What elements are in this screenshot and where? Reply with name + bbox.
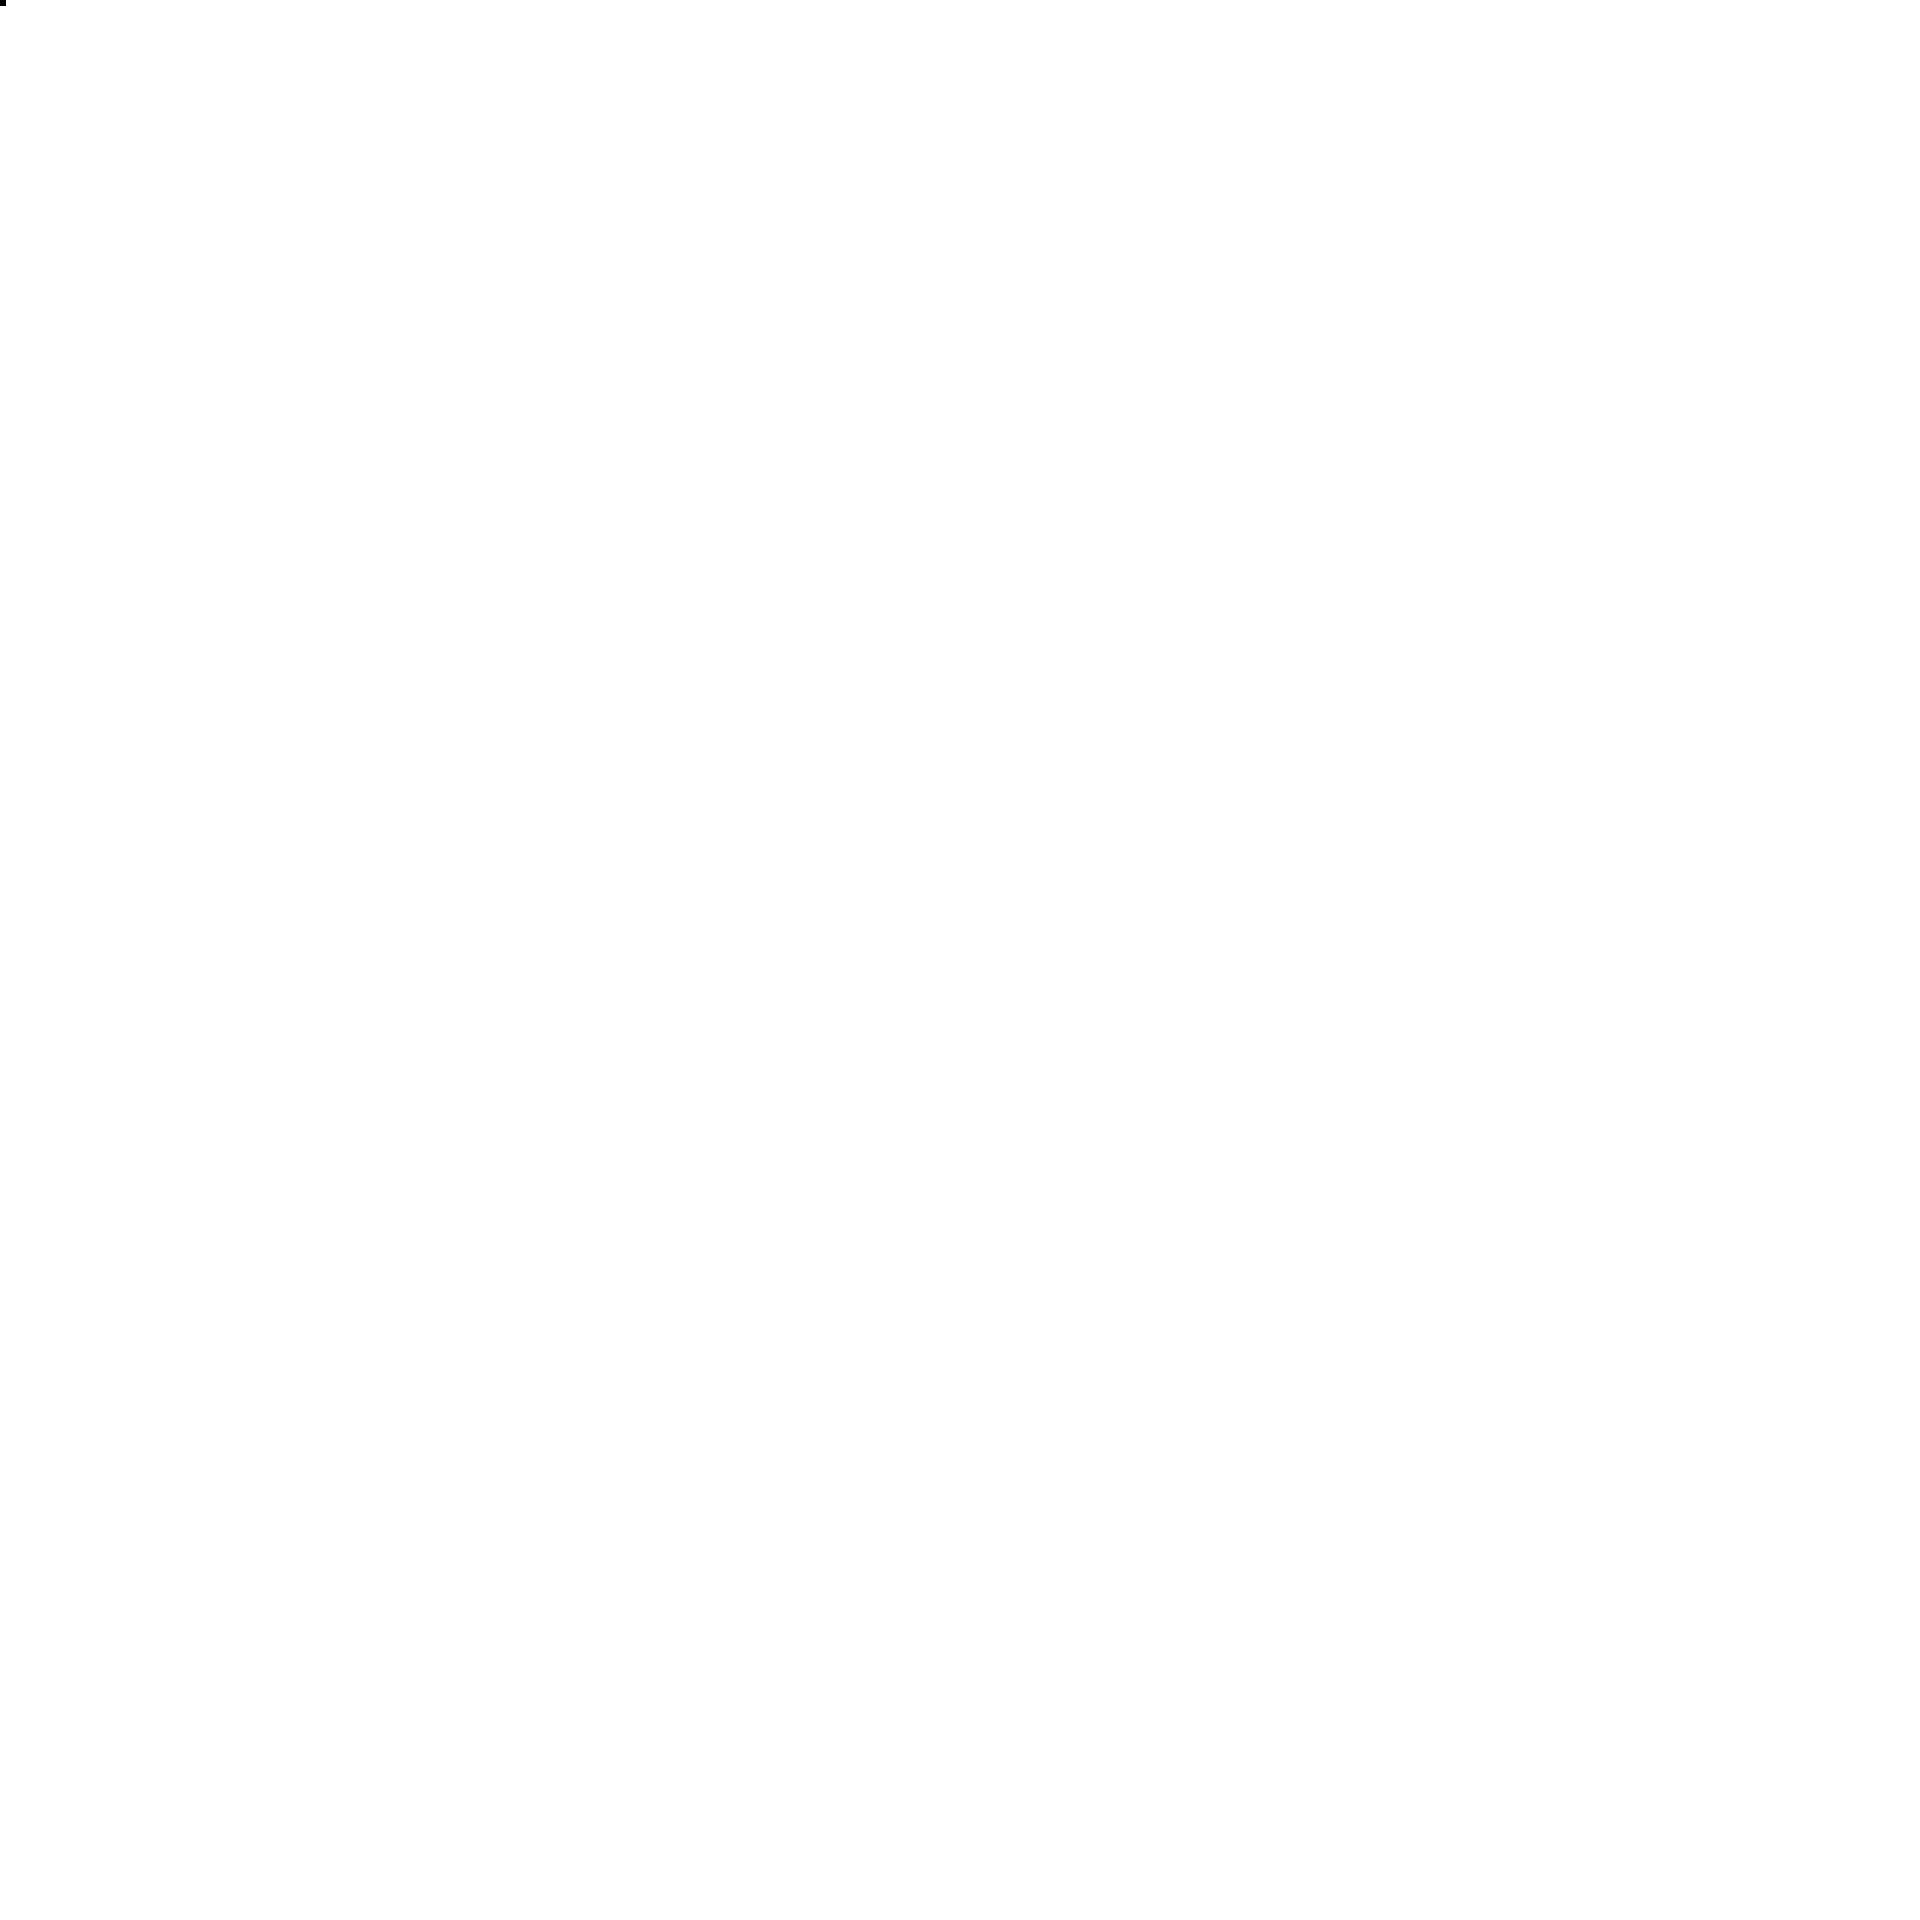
pinstripe-frame — [0, 0, 6, 6]
chess-set-photo — [0, 0, 1920, 1920]
